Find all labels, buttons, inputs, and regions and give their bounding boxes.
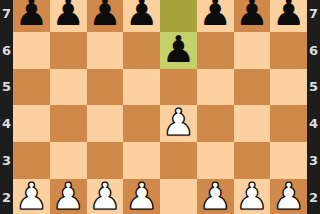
square-d5[interactable] xyxy=(123,69,160,106)
square-d4[interactable] xyxy=(123,105,160,142)
square-c5[interactable] xyxy=(87,69,124,106)
square-b7[interactable]: ♟ xyxy=(50,0,87,32)
white-pawn[interactable]: ♟ xyxy=(123,179,160,214)
rank-label-5-right: 5 xyxy=(307,69,320,106)
black-pawn[interactable]: ♟ xyxy=(234,0,271,32)
square-f7[interactable]: ♟ xyxy=(197,0,234,32)
square-b3[interactable] xyxy=(50,142,87,179)
square-a3[interactable] xyxy=(13,142,50,179)
white-pawn[interactable]: ♟ xyxy=(87,179,124,214)
square-h6[interactable] xyxy=(270,32,307,69)
rank-label-2-right: 2 xyxy=(307,179,320,214)
square-g6[interactable] xyxy=(234,32,271,69)
square-h5[interactable] xyxy=(270,69,307,106)
square-e4[interactable]: ♟ xyxy=(160,105,197,142)
square-f6[interactable] xyxy=(197,32,234,69)
square-h4[interactable] xyxy=(270,105,307,142)
rank-label-3-left: 3 xyxy=(0,142,13,179)
rank-label-2-left: 2 xyxy=(0,179,13,214)
board: ♟♟♟♟♟♟♟♟♟♟♟♟♟♟♟♟ xyxy=(13,0,307,214)
rank-label-5-left: 5 xyxy=(0,69,13,106)
square-g5[interactable] xyxy=(234,69,271,106)
square-e3[interactable] xyxy=(160,142,197,179)
square-d3[interactable] xyxy=(123,142,160,179)
square-g3[interactable] xyxy=(234,142,271,179)
white-pawn[interactable]: ♟ xyxy=(160,105,197,142)
rank-label-4-right: 4 xyxy=(307,105,320,142)
square-c3[interactable] xyxy=(87,142,124,179)
square-a2[interactable]: ♟ xyxy=(13,179,50,214)
white-pawn[interactable]: ♟ xyxy=(197,179,234,214)
square-c6[interactable] xyxy=(87,32,124,69)
chess-board-viewport: 765432 ♟♟♟♟♟♟♟♟♟♟♟♟♟♟♟♟ 765432 xyxy=(0,0,320,214)
rank-label-6-left: 6 xyxy=(0,32,13,69)
square-e2[interactable] xyxy=(160,179,197,214)
square-a7[interactable]: ♟ xyxy=(13,0,50,32)
square-e6[interactable]: ♟ xyxy=(160,32,197,69)
square-h3[interactable] xyxy=(270,142,307,179)
white-pawn[interactable]: ♟ xyxy=(234,179,271,214)
square-b4[interactable] xyxy=(50,105,87,142)
rank-coordinates-right: 765432 xyxy=(307,0,320,214)
square-f2[interactable]: ♟ xyxy=(197,179,234,214)
white-pawn[interactable]: ♟ xyxy=(50,179,87,214)
white-pawn[interactable]: ♟ xyxy=(270,179,307,214)
square-d2[interactable]: ♟ xyxy=(123,179,160,214)
rank-coordinates-left: 765432 xyxy=(0,0,13,214)
square-c7[interactable]: ♟ xyxy=(87,0,124,32)
square-e5[interactable] xyxy=(160,69,197,106)
square-c4[interactable] xyxy=(87,105,124,142)
square-e7[interactable] xyxy=(160,0,197,32)
black-pawn[interactable]: ♟ xyxy=(13,0,50,32)
rank-label-7-left: 7 xyxy=(0,0,13,32)
black-pawn[interactable]: ♟ xyxy=(270,0,307,32)
rank-label-6-right: 6 xyxy=(307,32,320,69)
square-b5[interactable] xyxy=(50,69,87,106)
black-pawn[interactable]: ♟ xyxy=(87,0,124,32)
square-g2[interactable]: ♟ xyxy=(234,179,271,214)
black-pawn[interactable]: ♟ xyxy=(197,0,234,32)
rank-label-3-right: 3 xyxy=(307,142,320,179)
square-a6[interactable] xyxy=(13,32,50,69)
square-f3[interactable] xyxy=(197,142,234,179)
square-d6[interactable] xyxy=(123,32,160,69)
black-pawn[interactable]: ♟ xyxy=(123,0,160,32)
rank-label-4-left: 4 xyxy=(0,105,13,142)
square-f5[interactable] xyxy=(197,69,234,106)
square-c2[interactable]: ♟ xyxy=(87,179,124,214)
square-b6[interactable] xyxy=(50,32,87,69)
rank-label-7-right: 7 xyxy=(307,0,320,32)
square-g4[interactable] xyxy=(234,105,271,142)
square-h7[interactable]: ♟ xyxy=(270,0,307,32)
square-h2[interactable]: ♟ xyxy=(270,179,307,214)
square-a5[interactable] xyxy=(13,69,50,106)
square-f4[interactable] xyxy=(197,105,234,142)
square-a4[interactable] xyxy=(13,105,50,142)
square-b2[interactable]: ♟ xyxy=(50,179,87,214)
square-d7[interactable]: ♟ xyxy=(123,0,160,32)
black-pawn[interactable]: ♟ xyxy=(50,0,87,32)
square-g7[interactable]: ♟ xyxy=(234,0,271,32)
black-pawn[interactable]: ♟ xyxy=(160,32,197,69)
white-pawn[interactable]: ♟ xyxy=(13,179,50,214)
